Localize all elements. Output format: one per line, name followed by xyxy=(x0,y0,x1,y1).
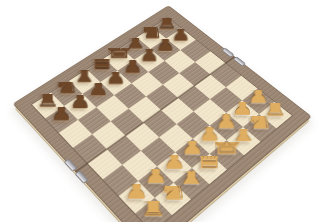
board-scene: ♜♞♝♛♚♝♞♜♟♟♟♟♟♟♟♟♟♟♟♟♟♟♟♟♜♞♝♛♚♝♞♜ xyxy=(0,0,320,222)
photo-stage: ♜♞♝♛♚♝♞♜♟♟♟♟♟♟♟♟♟♟♟♟♟♟♟♟♜♞♝♛♚♝♞♜ xyxy=(0,0,320,222)
hinge-plate xyxy=(233,56,246,66)
chess-board: ♜♞♝♛♚♝♞♜♟♟♟♟♟♟♟♟♟♟♟♟♟♟♟♟♜♞♝♛♚♝♞♜ xyxy=(13,5,312,222)
hinge-plate xyxy=(221,47,234,57)
